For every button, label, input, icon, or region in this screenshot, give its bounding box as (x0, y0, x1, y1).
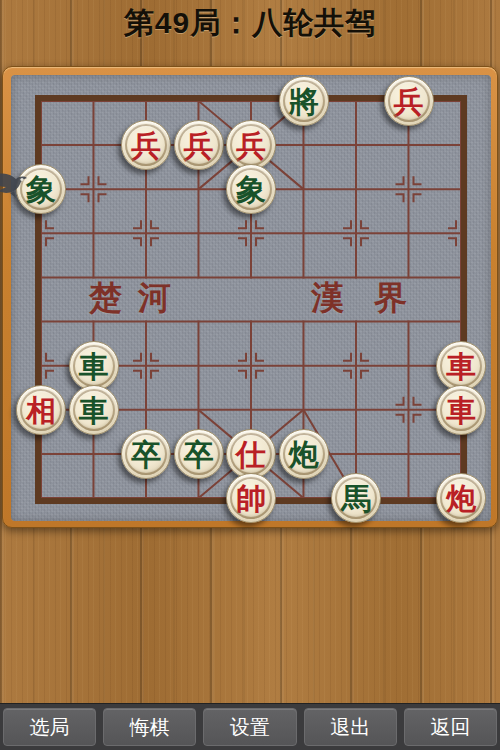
swallow-icon (0, 167, 34, 199)
piece-red-兵[interactable]: 兵 (384, 76, 434, 126)
back-button[interactable]: 返回 (404, 708, 497, 746)
piece-red-兵[interactable]: 兵 (226, 120, 276, 170)
settings-button[interactable]: 设置 (203, 708, 296, 746)
exit-button[interactable]: 退出 (304, 708, 397, 746)
undo-move-button[interactable]: 悔棋 (103, 708, 196, 746)
puzzle-title: 第49局：八轮共驾 (0, 3, 500, 45)
piece-red-兵[interactable]: 兵 (174, 120, 224, 170)
board-surface[interactable]: 楚河 漢界 將兵兵兵兵象象車車相車車卒卒仕炮帥馬炮 (11, 75, 491, 521)
piece-red-帥[interactable]: 帥 (226, 473, 276, 523)
piece-black-車[interactable]: 車 (69, 385, 119, 435)
piece-red-兵[interactable]: 兵 (121, 120, 171, 170)
app-root: { "game": "xiangqi", "title": "第49局：八轮共驾… (0, 0, 500, 750)
piece-black-炮[interactable]: 炮 (279, 429, 329, 479)
bottom-toolbar: 选局 悔棋 设置 退出 返回 (0, 703, 500, 750)
piece-red-仕[interactable]: 仕 (226, 429, 276, 479)
piece-black-卒[interactable]: 卒 (174, 429, 224, 479)
piece-black-將[interactable]: 將 (279, 76, 329, 126)
piece-black-車[interactable]: 車 (69, 341, 119, 391)
piece-red-炮[interactable]: 炮 (436, 473, 486, 523)
river-label-right: 漢界 (311, 278, 437, 318)
river-label-left: 楚河 (89, 278, 187, 318)
board-frame: 楚河 漢界 將兵兵兵兵象象車車相車車卒卒仕炮帥馬炮 (2, 66, 498, 528)
select-game-button[interactable]: 选局 (3, 708, 96, 746)
piece-black-象[interactable]: 象 (226, 164, 276, 214)
piece-red-車[interactable]: 車 (436, 341, 486, 391)
piece-black-卒[interactable]: 卒 (121, 429, 171, 479)
piece-red-車[interactable]: 車 (436, 385, 486, 435)
piece-red-相[interactable]: 相 (16, 385, 66, 435)
piece-black-馬[interactable]: 馬 (331, 473, 381, 523)
